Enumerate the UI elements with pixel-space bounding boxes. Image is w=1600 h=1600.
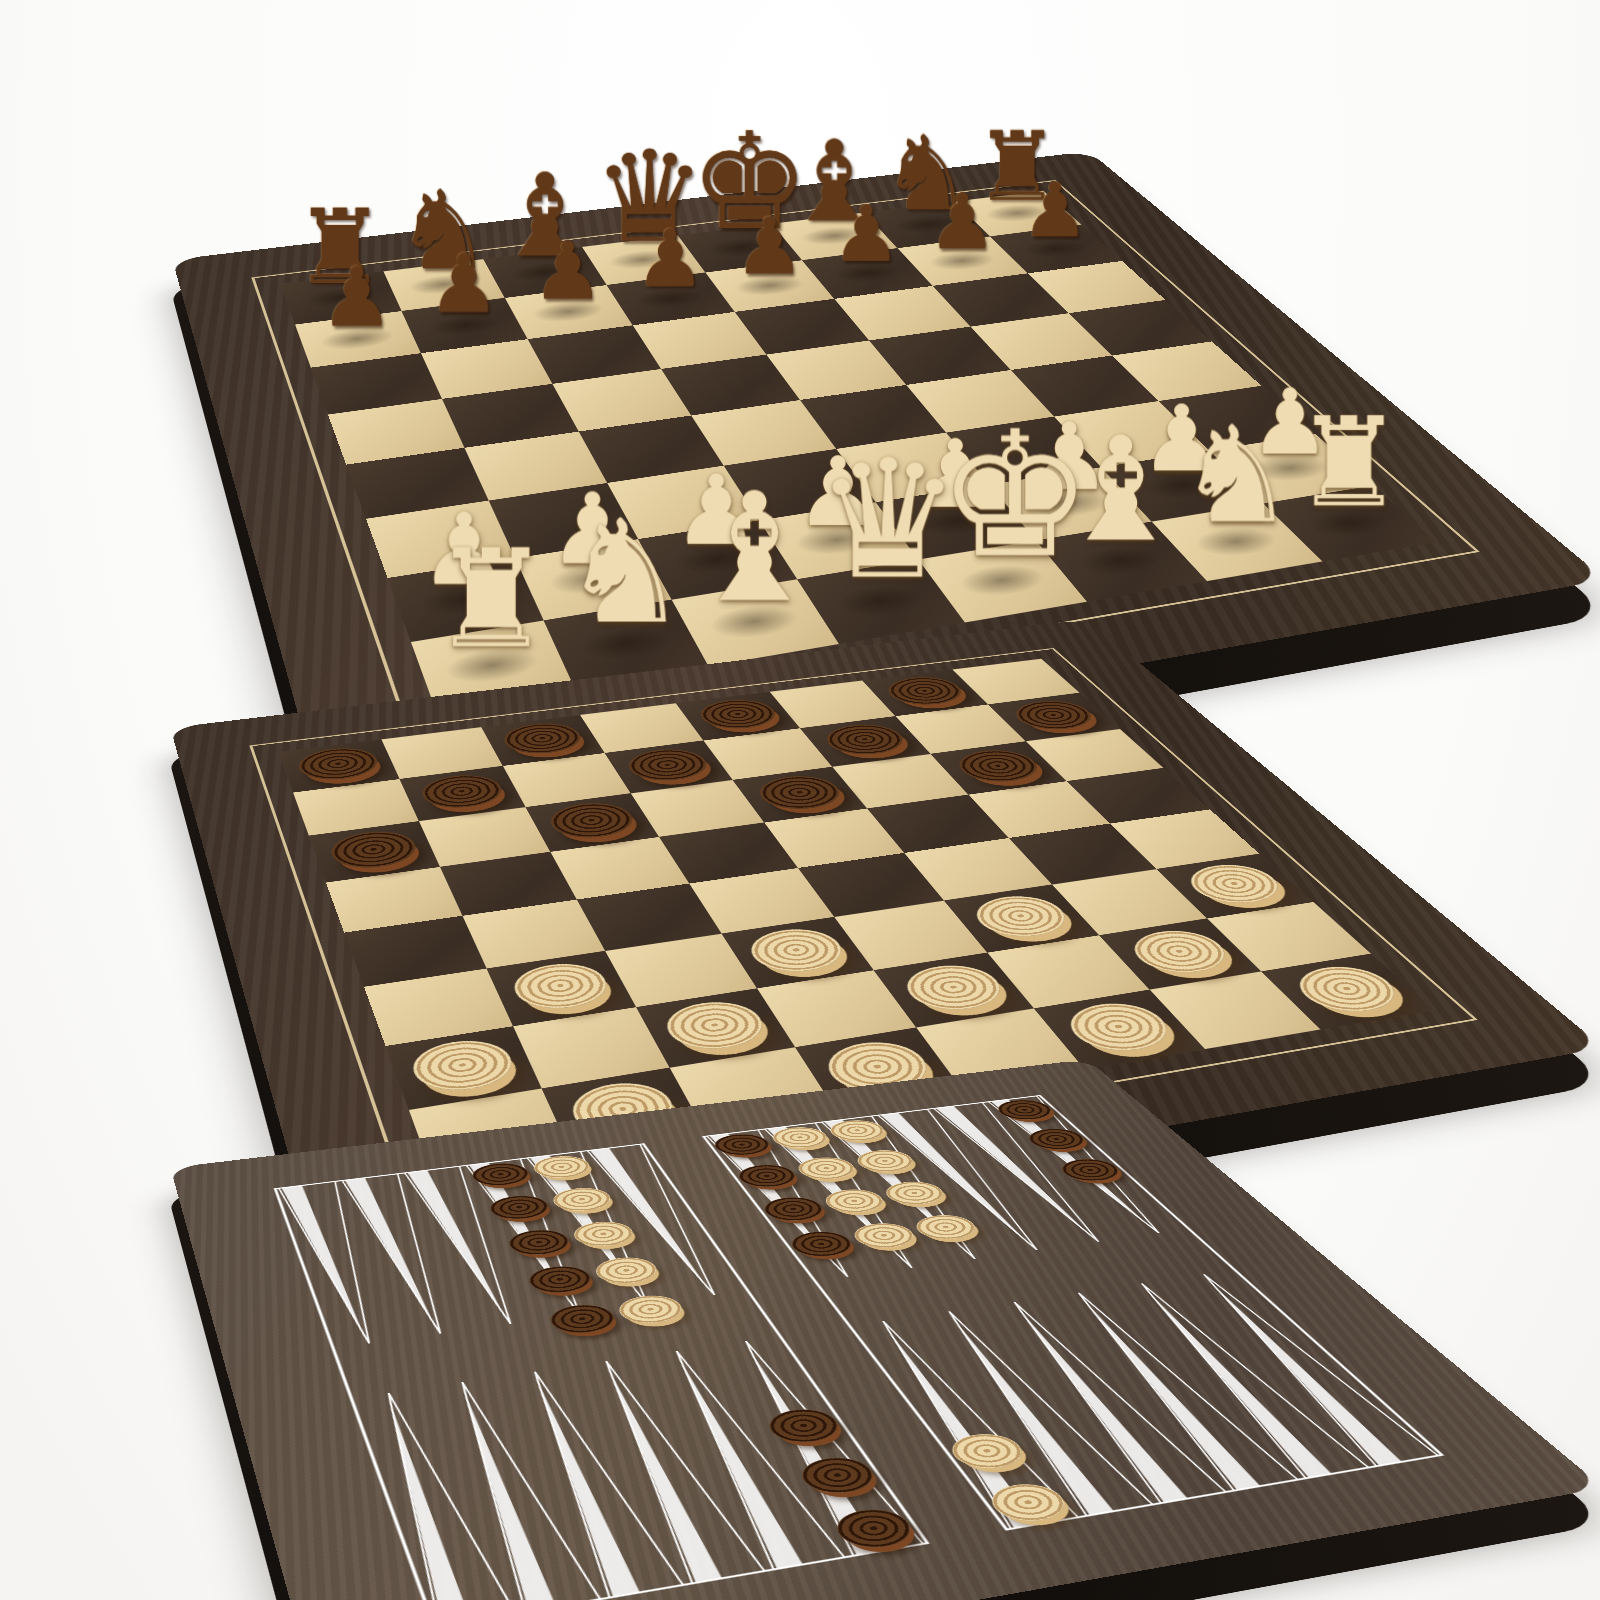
- chess-piece-black-pawn: ♟: [515, 234, 621, 310]
- checker-dark-man: [878, 674, 971, 708]
- chess-piece-black-pawn: ♟: [1005, 175, 1105, 247]
- chess-piece-black-pawn: ♟: [912, 186, 1013, 259]
- chess-piece-black-pawn: ♟: [816, 198, 918, 272]
- chess-piece-black-pawn: ♟: [718, 209, 821, 283]
- product-photo-canvas: ♜♞♝♛♚♝♞♜♟♟♟♟♟♟♟♟♟♟♟♟♟♟♟♟♜♞♝♛♚♝♞♜: [0, 0, 1600, 1600]
- backgammon-board-scene: [238, 748, 1358, 1600]
- checker-dark-man: [692, 696, 784, 732]
- chess-piece-black-pawn: ♟: [618, 221, 722, 296]
- checker-dark-man: [1005, 697, 1102, 733]
